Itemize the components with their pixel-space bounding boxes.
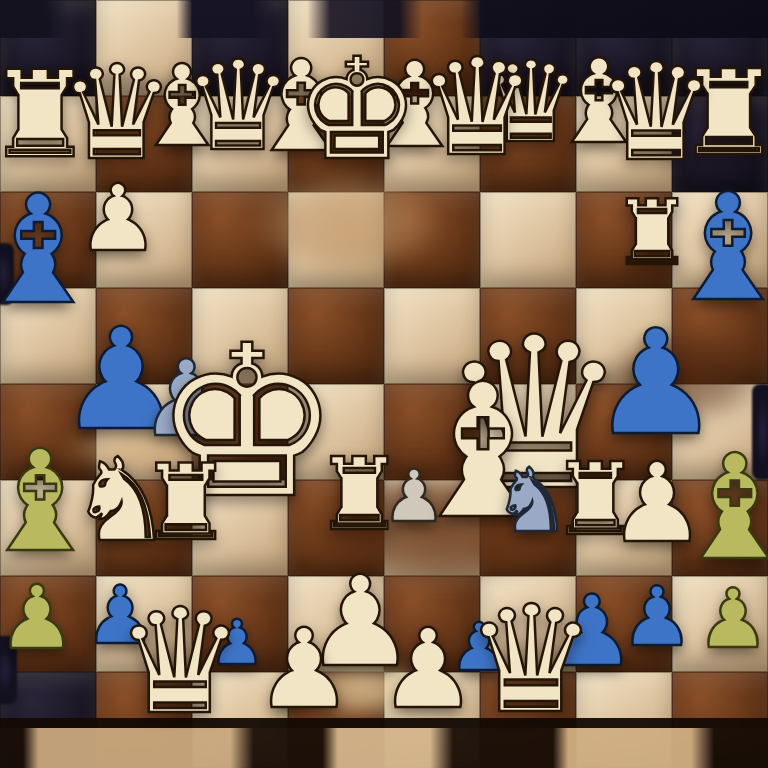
cream-king[interactable]: ♚ — [294, 40, 420, 180]
cream-queen[interactable]: ♛ — [417, 41, 537, 175]
square-e6[interactable] — [384, 192, 480, 288]
olive-pawn[interactable]: ♟ — [696, 578, 768, 660]
square-f6[interactable] — [480, 192, 576, 288]
cream-pawn[interactable]: ♟ — [255, 614, 354, 724]
cream-rook[interactable]: ♜ — [314, 445, 404, 545]
cream-queen[interactable]: ♛ — [465, 586, 598, 734]
cream-pawn[interactable]: ♟ — [379, 614, 478, 724]
chessboard-scene: ♜♛♝♛♝♚♝♛♛♝♛♜♝♟♜♝♟♟♚♛♟♝♝♞♜♜♟♞♜♟♝♟♟♛♟♟♟♟♟♛… — [0, 0, 768, 768]
olive-pawn[interactable]: ♟ — [0, 574, 76, 662]
square-h1[interactable] — [672, 672, 768, 768]
cream-queen[interactable]: ♛ — [115, 589, 245, 734]
cream-queen[interactable]: ♛ — [596, 46, 716, 180]
square-c6[interactable] — [192, 192, 288, 288]
square-d6[interactable] — [288, 192, 384, 288]
olive-bishop[interactable]: ♝ — [0, 432, 103, 572]
cream-queen[interactable]: ♛ — [59, 48, 176, 178]
olive-bishop[interactable]: ♝ — [670, 435, 768, 580]
